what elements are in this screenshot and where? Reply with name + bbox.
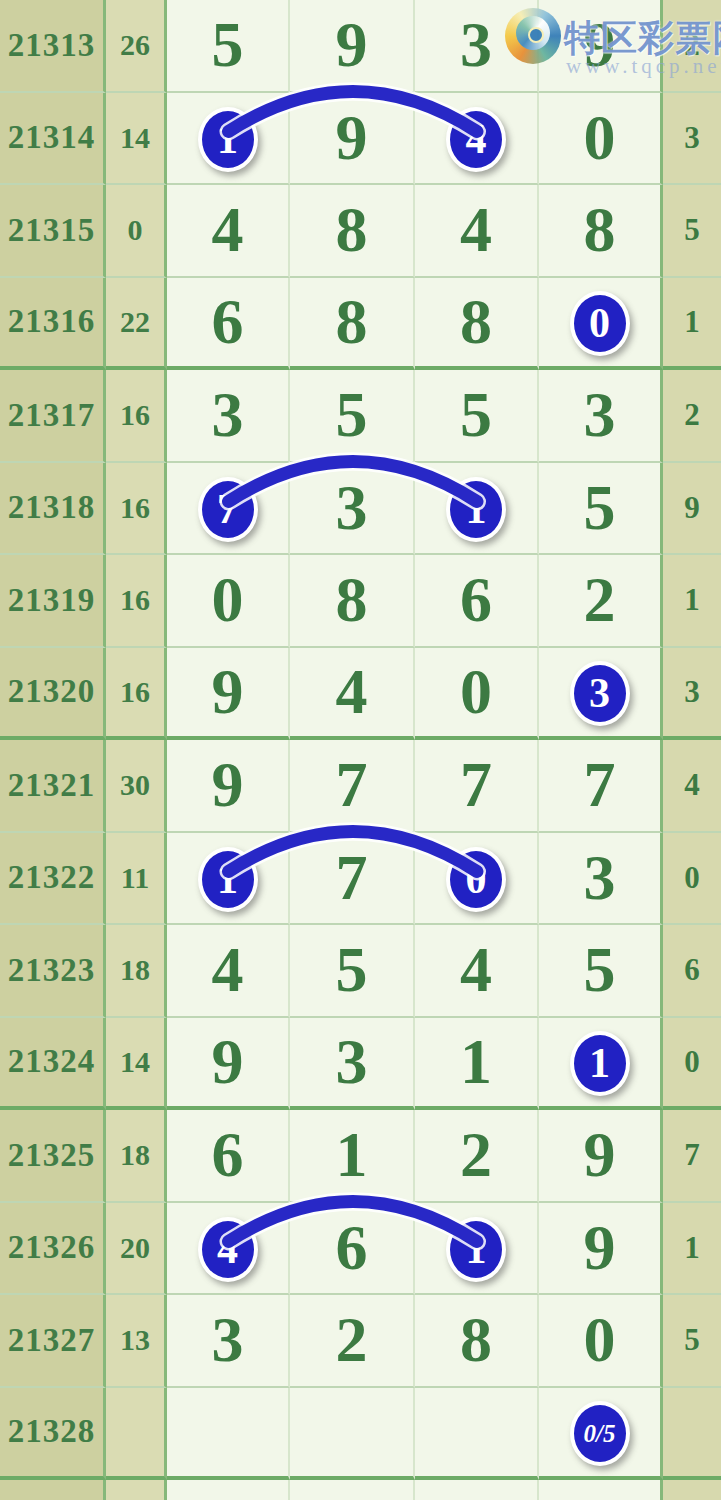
digit: 5 xyxy=(336,938,368,1002)
digit: 5 xyxy=(212,13,244,77)
digit-cell: 6 xyxy=(290,1203,415,1296)
digit-cell: 9 xyxy=(167,740,290,833)
digit-cell: 5 xyxy=(290,925,415,1018)
digit: 6 xyxy=(336,1216,368,1280)
digit-cell: 9 xyxy=(167,1018,290,1111)
tail-digit: 3 xyxy=(684,120,700,156)
digit-cell: 4 xyxy=(415,185,539,278)
tail-digit: 7 xyxy=(684,1137,700,1173)
tail-cell: 5 xyxy=(663,1295,721,1388)
sum-cell: 22 xyxy=(106,278,167,371)
digit: 7 xyxy=(336,753,368,817)
digit-cell: 4 xyxy=(415,93,539,186)
digit: 9 xyxy=(336,13,368,77)
period-cell: 21315 xyxy=(0,185,106,278)
partial-next-row-cell xyxy=(663,1480,721,1500)
tail-digit: 2 xyxy=(684,27,700,63)
digit-cell: 7 xyxy=(167,463,290,556)
digit: 8 xyxy=(584,198,616,262)
tail-digit: 5 xyxy=(684,1322,700,1358)
tail-cell: 2 xyxy=(663,0,721,93)
period-label: 21325 xyxy=(8,1137,96,1174)
sum-label: 16 xyxy=(120,583,150,617)
sum-label: 16 xyxy=(120,491,150,525)
digit-circle: 4 xyxy=(198,1217,258,1282)
period-label: 21324 xyxy=(8,1043,96,1080)
trend-chart-grid: 2131326593922131414194032131504848521316… xyxy=(0,0,721,1500)
partial-next-row-cell xyxy=(415,1480,539,1500)
digit-circle: 1 xyxy=(198,107,258,172)
digit: 2 xyxy=(584,568,616,632)
tail-cell: 1 xyxy=(663,1203,721,1296)
digit-cell: 1 xyxy=(415,463,539,556)
tail-digit: 2 xyxy=(684,397,700,433)
circled-digit: 1 xyxy=(466,488,487,530)
digit-cell: 1 xyxy=(415,1018,539,1111)
circled-digit: 4 xyxy=(217,1228,238,1270)
tail-cell: 3 xyxy=(663,93,721,186)
digit-circle: 1 xyxy=(446,1217,506,1282)
sum-label: 16 xyxy=(120,398,150,432)
tail-digit: 3 xyxy=(684,674,700,710)
digit-circle: 0/5 xyxy=(570,1401,630,1466)
digit: 9 xyxy=(212,1030,244,1094)
period-cell: 21323 xyxy=(0,925,106,1018)
digit-cell: 6 xyxy=(167,1110,290,1203)
period-cell: 21313 xyxy=(0,0,106,93)
digit-cell: 7 xyxy=(290,740,415,833)
digit-cell xyxy=(290,1388,415,1481)
tail-cell: 5 xyxy=(663,185,721,278)
digit-cell: 7 xyxy=(415,740,539,833)
partial-next-row-cell xyxy=(106,1480,167,1500)
sum-cell: 18 xyxy=(106,1110,167,1203)
period-label: 21319 xyxy=(8,582,96,619)
digit-cell: 1 xyxy=(290,1110,415,1203)
period-cell: 21314 xyxy=(0,93,106,186)
tail-digit: 1 xyxy=(684,304,700,340)
digit: 7 xyxy=(584,753,616,817)
digit-cell: 1 xyxy=(415,1203,539,1296)
digit-cell: 6 xyxy=(167,278,290,371)
period-label: 21322 xyxy=(8,859,96,896)
tail-digit: 4 xyxy=(684,767,700,803)
digit-cell: 3 xyxy=(290,1018,415,1111)
tail-cell xyxy=(663,1388,721,1481)
digit-circle: 1 xyxy=(198,847,258,912)
sum-cell: 18 xyxy=(106,925,167,1018)
sum-label: 22 xyxy=(120,305,150,339)
period-label: 21314 xyxy=(8,119,96,156)
digit-cell: 1 xyxy=(167,833,290,926)
tail-cell: 3 xyxy=(663,648,721,741)
sum-cell: 13 xyxy=(106,1295,167,1388)
digit-circle: 1 xyxy=(446,477,506,542)
sum-cell: 16 xyxy=(106,648,167,741)
period-cell: 21318 xyxy=(0,463,106,556)
period-label: 21320 xyxy=(8,673,96,710)
circled-digit: 1 xyxy=(217,858,238,900)
digit-cell: 7 xyxy=(539,740,663,833)
digit: 7 xyxy=(336,846,368,910)
sum-label: 11 xyxy=(121,861,149,895)
period-label: 21321 xyxy=(8,767,96,804)
digit-cell: 5 xyxy=(415,370,539,463)
period-cell: 21317 xyxy=(0,370,106,463)
digit-cell: 2 xyxy=(290,1295,415,1388)
digit: 4 xyxy=(212,198,244,262)
period-cell: 21319 xyxy=(0,555,106,648)
digit: 5 xyxy=(460,383,492,447)
period-cell: 21328 xyxy=(0,1388,106,1481)
digit: 0 xyxy=(460,660,492,724)
sum-label: 18 xyxy=(120,1138,150,1172)
digit-cell: 3 xyxy=(539,648,663,741)
tail-cell: 1 xyxy=(663,555,721,648)
digit: 4 xyxy=(212,938,244,1002)
digit: 5 xyxy=(584,938,616,1002)
circled-digit: 3 xyxy=(589,672,610,714)
period-cell: 21322 xyxy=(0,833,106,926)
digit: 4 xyxy=(336,660,368,724)
digit: 9 xyxy=(336,106,368,170)
digit-cell: 8 xyxy=(415,278,539,371)
tail-digit: 0 xyxy=(684,1044,700,1080)
period-label: 21323 xyxy=(8,952,96,989)
digit: 3 xyxy=(584,846,616,910)
tail-cell: 4 xyxy=(663,740,721,833)
tail-cell: 2 xyxy=(663,370,721,463)
digit-cell: 3 xyxy=(539,370,663,463)
digit-cell: 0 xyxy=(415,648,539,741)
digit-cell: 8 xyxy=(415,1295,539,1388)
digit: 2 xyxy=(460,1123,492,1187)
digit-cell: 0 xyxy=(539,278,663,371)
period-cell: 21324 xyxy=(0,1018,106,1111)
digit-cell: 2 xyxy=(539,555,663,648)
sum-label: 13 xyxy=(120,1323,150,1357)
circled-digit: 0/5 xyxy=(584,1421,616,1446)
digit-cell: 7 xyxy=(290,833,415,926)
digit-cell: 3 xyxy=(290,463,415,556)
digit: 3 xyxy=(336,476,368,540)
digit-cell: 6 xyxy=(415,555,539,648)
sum-label: 18 xyxy=(120,953,150,987)
digit: 9 xyxy=(212,753,244,817)
digit-cell xyxy=(167,1388,290,1481)
digit-cell: 9 xyxy=(539,0,663,93)
circled-digit: 7 xyxy=(217,488,238,530)
digit-cell: 3 xyxy=(539,833,663,926)
digit: 8 xyxy=(336,568,368,632)
digit-cell: 8 xyxy=(290,185,415,278)
digit: 8 xyxy=(336,290,368,354)
digit: 1 xyxy=(460,1030,492,1094)
sum-label: 14 xyxy=(120,121,150,155)
digit-cell: 4 xyxy=(167,925,290,1018)
sum-cell: 14 xyxy=(106,93,167,186)
period-label: 21327 xyxy=(8,1322,96,1359)
digit-cell: 5 xyxy=(539,463,663,556)
period-label: 21316 xyxy=(8,303,96,340)
sum-label: 26 xyxy=(120,28,150,62)
period-cell: 21320 xyxy=(0,648,106,741)
sum-cell: 16 xyxy=(106,555,167,648)
digit: 7 xyxy=(460,753,492,817)
digit-cell: 3 xyxy=(167,370,290,463)
partial-next-row-cell xyxy=(167,1480,290,1500)
digit-circle: 1 xyxy=(570,1031,630,1096)
digit-cell: 9 xyxy=(290,93,415,186)
period-cell: 21327 xyxy=(0,1295,106,1388)
sum-cell: 30 xyxy=(106,740,167,833)
circled-digit: 1 xyxy=(589,1042,610,1084)
circled-digit: 1 xyxy=(217,118,238,160)
digit: 3 xyxy=(212,1308,244,1372)
digit: 3 xyxy=(212,383,244,447)
digit-cell: 3 xyxy=(415,0,539,93)
tail-digit: 5 xyxy=(684,212,700,248)
period-cell: 21325 xyxy=(0,1110,106,1203)
digit-cell: 4 xyxy=(167,185,290,278)
sum-cell: 0 xyxy=(106,185,167,278)
digit: 0 xyxy=(584,106,616,170)
digit-cell: 8 xyxy=(290,278,415,371)
tail-digit: 6 xyxy=(684,952,700,988)
digit: 9 xyxy=(584,13,616,77)
digit-cell: 9 xyxy=(290,0,415,93)
digit-cell: 2 xyxy=(415,1110,539,1203)
tail-digit: 9 xyxy=(684,490,700,526)
tail-digit: 1 xyxy=(684,582,700,618)
digit: 3 xyxy=(584,383,616,447)
sum-label: 20 xyxy=(120,1231,150,1265)
digit-cell: 5 xyxy=(167,0,290,93)
tail-cell: 0 xyxy=(663,1018,721,1111)
period-label: 21313 xyxy=(8,27,96,64)
digit-cell xyxy=(415,1388,539,1481)
digit-cell: 0 xyxy=(167,555,290,648)
digit-cell: 4 xyxy=(290,648,415,741)
sum-cell: 16 xyxy=(106,370,167,463)
partial-next-row-cell xyxy=(0,1480,106,1500)
digit-cell: 0/5 xyxy=(539,1388,663,1481)
digit-cell: 9 xyxy=(539,1203,663,1296)
digit-cell: 1 xyxy=(167,93,290,186)
tail-cell: 1 xyxy=(663,278,721,371)
digit: 4 xyxy=(460,198,492,262)
digit-cell: 5 xyxy=(290,370,415,463)
sum-cell: 20 xyxy=(106,1203,167,1296)
circled-digit: 1 xyxy=(466,1228,487,1270)
digit: 9 xyxy=(212,660,244,724)
partial-next-row-cell xyxy=(290,1480,415,1500)
digit: 6 xyxy=(212,1123,244,1187)
digit-cell: 1 xyxy=(539,1018,663,1111)
digit-circle: 3 xyxy=(570,661,630,726)
tail-cell: 9 xyxy=(663,463,721,556)
sum-label: 0 xyxy=(128,213,143,247)
digit: 2 xyxy=(336,1308,368,1372)
sum-cell: 16 xyxy=(106,463,167,556)
digit-cell: 8 xyxy=(539,185,663,278)
digit-cell: 9 xyxy=(539,1110,663,1203)
digit-cell: 8 xyxy=(290,555,415,648)
digit-cell: 0 xyxy=(415,833,539,926)
digit: 0 xyxy=(212,568,244,632)
digit: 3 xyxy=(460,13,492,77)
digit: 8 xyxy=(336,198,368,262)
digit: 8 xyxy=(460,290,492,354)
circled-digit: 4 xyxy=(466,118,487,160)
sum-label: 30 xyxy=(120,768,150,802)
tail-cell: 7 xyxy=(663,1110,721,1203)
period-cell: 21321 xyxy=(0,740,106,833)
tail-cell: 6 xyxy=(663,925,721,1018)
digit: 0 xyxy=(584,1308,616,1372)
sum-cell: 26 xyxy=(106,0,167,93)
period-label: 21317 xyxy=(8,397,96,434)
digit-cell: 3 xyxy=(167,1295,290,1388)
partial-next-row-cell xyxy=(539,1480,663,1500)
digit: 6 xyxy=(212,290,244,354)
digit-cell: 4 xyxy=(167,1203,290,1296)
digit-circle: 0 xyxy=(446,847,506,912)
period-label: 21318 xyxy=(8,489,96,526)
sum-label: 14 xyxy=(120,1045,150,1079)
period-cell: 21326 xyxy=(0,1203,106,1296)
circled-digit: 0 xyxy=(589,302,610,344)
digit-cell: 5 xyxy=(539,925,663,1018)
sum-cell: 11 xyxy=(106,833,167,926)
digit: 9 xyxy=(584,1216,616,1280)
period-cell: 21316 xyxy=(0,278,106,371)
digit: 5 xyxy=(584,476,616,540)
digit: 3 xyxy=(336,1030,368,1094)
period-label: 21328 xyxy=(8,1413,96,1450)
digit-circle: 0 xyxy=(570,291,630,356)
digit: 6 xyxy=(460,568,492,632)
tail-digit: 0 xyxy=(684,860,700,896)
sum-cell xyxy=(106,1388,167,1481)
digit: 1 xyxy=(336,1123,368,1187)
digit: 9 xyxy=(584,1123,616,1187)
digit-cell: 0 xyxy=(539,1295,663,1388)
digit: 8 xyxy=(460,1308,492,1372)
tail-cell: 0 xyxy=(663,833,721,926)
digit: 4 xyxy=(460,938,492,1002)
period-label: 21326 xyxy=(8,1229,96,1266)
digit-cell: 4 xyxy=(415,925,539,1018)
period-label: 21315 xyxy=(8,212,96,249)
sum-cell: 14 xyxy=(106,1018,167,1111)
digit-cell: 9 xyxy=(167,648,290,741)
digit-circle: 4 xyxy=(446,107,506,172)
digit-cell: 0 xyxy=(539,93,663,186)
sum-label: 16 xyxy=(120,675,150,709)
digit-circle: 7 xyxy=(198,477,258,542)
tail-digit: 1 xyxy=(684,1230,700,1266)
digit: 5 xyxy=(336,383,368,447)
circled-digit: 0 xyxy=(466,858,487,900)
